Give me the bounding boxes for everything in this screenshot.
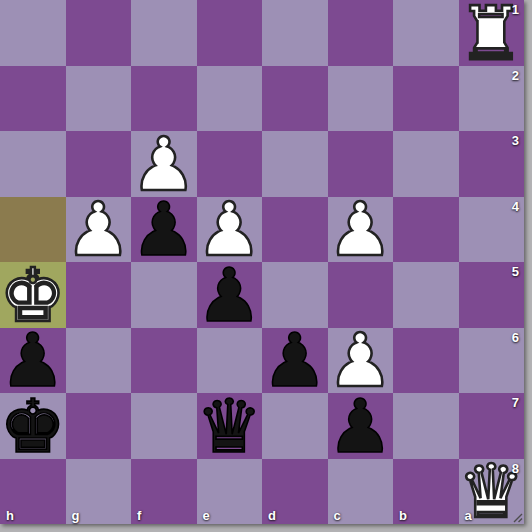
- square-a2[interactable]: 2: [459, 66, 525, 132]
- file-label-g: g: [72, 508, 80, 523]
- square-b1[interactable]: [393, 0, 459, 66]
- square-c8[interactable]: c: [328, 459, 394, 525]
- square-e8[interactable]: e: [197, 459, 263, 525]
- black-pawn-piece[interactable]: ♟: [328, 393, 394, 459]
- file-label-f: f: [137, 508, 141, 523]
- rank-label-5: 5: [512, 264, 519, 279]
- black-king-piece[interactable]: ♚: [0, 393, 66, 459]
- white-rook-piece[interactable]: ♜: [459, 0, 525, 66]
- square-g4[interactable]: ♟: [66, 197, 132, 263]
- square-e5[interactable]: ♟: [197, 262, 263, 328]
- rank-label-4: 4: [512, 199, 519, 214]
- square-d8[interactable]: d: [262, 459, 328, 525]
- file-label-d: d: [268, 508, 276, 523]
- square-h2[interactable]: [0, 66, 66, 132]
- square-g5[interactable]: [66, 262, 132, 328]
- square-f4[interactable]: ♟: [131, 197, 197, 263]
- square-d4[interactable]: [262, 197, 328, 263]
- square-c2[interactable]: [328, 66, 394, 132]
- square-e2[interactable]: [197, 66, 263, 132]
- square-f5[interactable]: [131, 262, 197, 328]
- square-g6[interactable]: [66, 328, 132, 394]
- square-b8[interactable]: b: [393, 459, 459, 525]
- square-a1[interactable]: ♜1: [459, 0, 525, 66]
- square-g1[interactable]: [66, 0, 132, 66]
- square-a3[interactable]: 3: [459, 131, 525, 197]
- square-e1[interactable]: [197, 0, 263, 66]
- square-b5[interactable]: [393, 262, 459, 328]
- square-a5[interactable]: 5: [459, 262, 525, 328]
- square-a4[interactable]: 4: [459, 197, 525, 263]
- square-b2[interactable]: [393, 66, 459, 132]
- board-resize-handle-icon[interactable]: [511, 511, 523, 523]
- black-pawn-piece[interactable]: ♟: [131, 197, 197, 263]
- square-b3[interactable]: [393, 131, 459, 197]
- square-d1[interactable]: [262, 0, 328, 66]
- square-h7[interactable]: ♚: [0, 393, 66, 459]
- rank-label-6: 6: [512, 330, 519, 345]
- square-b7[interactable]: [393, 393, 459, 459]
- square-g8[interactable]: g: [66, 459, 132, 525]
- black-pawn-piece[interactable]: ♟: [197, 262, 263, 328]
- rank-label-7: 7: [512, 395, 519, 410]
- square-f8[interactable]: f: [131, 459, 197, 525]
- square-a6[interactable]: 6: [459, 328, 525, 394]
- white-pawn-piece[interactable]: ♟: [328, 197, 394, 263]
- black-pawn-piece[interactable]: ♟: [262, 328, 328, 394]
- square-h8[interactable]: h: [0, 459, 66, 525]
- square-d3[interactable]: [262, 131, 328, 197]
- white-pawn-piece[interactable]: ♟: [66, 197, 132, 263]
- square-d2[interactable]: [262, 66, 328, 132]
- chess-board: ♜12♟3♟♟♟♟4♚♟5♟♟♟6♚♛♟7hgfedcb♛8a: [0, 0, 524, 524]
- square-d6[interactable]: ♟: [262, 328, 328, 394]
- rank-label-2: 2: [512, 68, 519, 83]
- file-label-e: e: [203, 508, 210, 523]
- square-h1[interactable]: [0, 0, 66, 66]
- rank-label-3: 3: [512, 133, 519, 148]
- square-c1[interactable]: [328, 0, 394, 66]
- square-g7[interactable]: [66, 393, 132, 459]
- black-queen-piece[interactable]: ♛: [197, 393, 263, 459]
- page-background: ♜12♟3♟♟♟♟4♚♟5♟♟♟6♚♛♟7hgfedcb♛8a: [0, 0, 532, 532]
- square-b6[interactable]: [393, 328, 459, 394]
- square-f1[interactable]: [131, 0, 197, 66]
- file-label-h: h: [6, 508, 14, 523]
- file-label-b: b: [399, 508, 407, 523]
- square-b4[interactable]: [393, 197, 459, 263]
- square-e7[interactable]: ♛: [197, 393, 263, 459]
- square-f6[interactable]: [131, 328, 197, 394]
- square-f7[interactable]: [131, 393, 197, 459]
- square-c4[interactable]: ♟: [328, 197, 394, 263]
- square-d7[interactable]: [262, 393, 328, 459]
- square-g2[interactable]: [66, 66, 132, 132]
- square-c7[interactable]: ♟: [328, 393, 394, 459]
- file-label-c: c: [334, 508, 341, 523]
- square-h3[interactable]: [0, 131, 66, 197]
